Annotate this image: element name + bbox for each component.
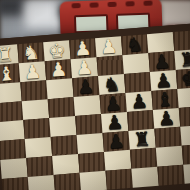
square-d4[interactable] <box>75 114 102 135</box>
board-grid: ♜♞♚♟♟♞♝♟♟♟♟♜♟♞♟♚♟♟♝♟♟♟♜ <box>0 30 190 190</box>
piece-black-pawn: ♟ <box>154 70 172 90</box>
piece-white-pawn: ♟ <box>99 37 117 57</box>
clock-button <box>143 1 152 6</box>
square-h5[interactable] <box>177 87 190 108</box>
square-a8[interactable]: ♜ <box>0 44 19 65</box>
square-h4[interactable] <box>179 106 190 127</box>
square-a4[interactable] <box>0 120 25 141</box>
piece-black-knight: ♞ <box>125 35 143 55</box>
square-g1[interactable] <box>157 165 184 186</box>
square-b8[interactable]: ♞ <box>17 42 44 63</box>
square-g4[interactable]: ♟ <box>153 108 180 129</box>
square-h3[interactable] <box>180 125 190 146</box>
piece-black-pawn: ♟ <box>104 93 122 113</box>
square-c6[interactable] <box>46 78 73 99</box>
square-a5[interactable] <box>0 101 23 122</box>
square-b2[interactable] <box>26 156 53 177</box>
square-d6[interactable]: ♟ <box>72 76 99 97</box>
square-e7[interactable] <box>97 55 124 76</box>
square-d1[interactable] <box>80 171 107 190</box>
square-f2[interactable] <box>130 148 157 169</box>
square-b5[interactable] <box>22 99 49 120</box>
square-a7[interactable]: ♝ <box>0 63 20 84</box>
square-f1[interactable] <box>131 167 158 188</box>
square-b1[interactable] <box>28 175 55 190</box>
piece-white-knight: ♞ <box>22 43 40 63</box>
background-object <box>0 0 26 16</box>
square-h2[interactable] <box>182 144 190 165</box>
square-a2[interactable] <box>0 158 27 179</box>
square-a3[interactable] <box>0 139 26 160</box>
clock-button <box>72 3 81 8</box>
piece-black-rook: ♜ <box>179 49 190 69</box>
square-e3[interactable]: ♟ <box>102 131 129 152</box>
square-c3[interactable] <box>51 135 78 156</box>
piece-white-rook: ♜ <box>0 45 14 65</box>
square-f6[interactable] <box>124 72 151 93</box>
square-f4[interactable] <box>127 110 154 131</box>
square-g8[interactable] <box>147 32 174 53</box>
square-b4[interactable] <box>23 118 50 139</box>
piece-black-knight: ♞ <box>102 74 120 94</box>
piece-black-pawn: ♟ <box>105 112 123 132</box>
square-g2[interactable] <box>156 146 183 167</box>
piece-black-pawn: ♟ <box>77 76 95 96</box>
square-c5[interactable] <box>48 97 75 118</box>
piece-black-pawn: ♟ <box>130 91 148 111</box>
square-h8[interactable] <box>173 30 190 51</box>
square-c4[interactable] <box>49 116 76 137</box>
square-e5[interactable]: ♟ <box>100 93 127 114</box>
square-e2[interactable] <box>104 150 131 171</box>
piece-white-bishop: ♝ <box>0 64 16 84</box>
piece-white-pawn: ♟ <box>74 39 92 59</box>
clock-button <box>107 2 116 7</box>
square-h6[interactable]: ♚ <box>176 68 190 89</box>
clock-button <box>125 1 134 6</box>
piece-black-rook: ♜ <box>133 129 151 149</box>
clock-button <box>89 2 98 7</box>
square-c2[interactable] <box>52 154 79 175</box>
piece-white-pawn: ♟ <box>49 60 67 80</box>
chess-board: ♜♞♚♟♟♞♝♟♟♟♟♜♟♞♟♚♟♟♝♟♟♟♜ <box>0 23 190 190</box>
piece-black-king: ♚ <box>180 68 190 88</box>
square-d7[interactable]: ♟ <box>71 57 98 78</box>
square-b3[interactable] <box>25 137 52 158</box>
square-e8[interactable]: ♟ <box>95 36 122 57</box>
square-b6[interactable] <box>20 80 47 101</box>
square-a1[interactable] <box>2 177 29 190</box>
square-a6[interactable] <box>0 82 22 103</box>
square-e4[interactable]: ♟ <box>101 112 128 133</box>
square-d5[interactable] <box>74 95 101 116</box>
square-g5[interactable]: ♝ <box>151 89 178 110</box>
square-c1[interactable] <box>54 173 81 190</box>
piece-black-pawn: ♟ <box>157 108 175 128</box>
square-g6[interactable]: ♟ <box>150 70 177 91</box>
square-c8[interactable]: ♚ <box>43 40 70 61</box>
square-f5[interactable]: ♟ <box>125 91 152 112</box>
square-g3[interactable] <box>154 127 181 148</box>
square-f8[interactable]: ♞ <box>121 34 148 55</box>
square-h1[interactable] <box>183 163 190 184</box>
square-d8[interactable]: ♟ <box>69 38 96 59</box>
piece-black-pawn: ♟ <box>153 51 171 71</box>
square-d3[interactable] <box>77 133 104 154</box>
square-d2[interactable] <box>78 152 105 173</box>
piece-white-pawn: ♟ <box>23 62 41 82</box>
photo-scene: ♜♞♚♟♟♞♝♟♟♟♟♜♟♞♟♚♟♟♝♟♟♟♜ <box>0 0 190 190</box>
piece-black-bishop: ♝ <box>156 89 174 109</box>
square-b7[interactable]: ♟ <box>19 61 46 82</box>
square-e6[interactable]: ♞ <box>98 74 125 95</box>
piece-black-pawn: ♟ <box>107 131 125 151</box>
piece-white-pawn: ♟ <box>75 58 93 78</box>
square-c7[interactable]: ♟ <box>45 59 72 80</box>
square-h7[interactable]: ♜ <box>174 49 190 70</box>
piece-white-king: ♚ <box>48 41 66 61</box>
square-g7[interactable]: ♟ <box>148 51 175 72</box>
square-e1[interactable] <box>105 169 132 190</box>
square-f3[interactable]: ♜ <box>128 129 155 150</box>
square-f7[interactable] <box>122 53 149 74</box>
